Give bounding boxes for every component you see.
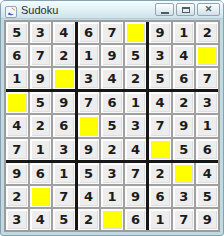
cell-r6c1[interactable]: 7 <box>6 139 28 160</box>
cell-r7c3[interactable]: 1 <box>53 163 75 184</box>
cell-r3c6[interactable]: 2 <box>125 68 147 89</box>
box-1: 53467219 <box>6 22 75 89</box>
cell-r6c7[interactable] <box>149 139 171 160</box>
cell-r3c5[interactable]: 4 <box>101 68 123 89</box>
cell-r9c1[interactable]: 3 <box>6 209 28 230</box>
cell-r4c3[interactable]: 9 <box>53 92 75 113</box>
box-2: 67195342 <box>78 22 147 89</box>
cell-r2c4[interactable]: 1 <box>78 45 100 66</box>
cell-r3c9[interactable]: 7 <box>196 68 218 89</box>
cell-r4c4[interactable]: 7 <box>78 92 100 113</box>
cell-r9c2[interactable]: 4 <box>30 209 52 230</box>
cell-r4c2[interactable]: 5 <box>30 92 52 113</box>
window-title: Sudoku <box>21 4 58 16</box>
cell-r2c8[interactable]: 4 <box>173 45 195 66</box>
cell-r8c3[interactable]: 7 <box>53 186 75 207</box>
cell-r6c5[interactable]: 2 <box>101 139 123 160</box>
box-8: 53741926 <box>78 163 147 230</box>
cell-r7c7[interactable]: 2 <box>149 163 171 184</box>
cell-r7c8[interactable] <box>173 163 195 184</box>
cell-r6c4[interactable]: 9 <box>78 139 100 160</box>
cell-r1c4[interactable]: 6 <box>78 22 100 43</box>
cell-r4c9[interactable]: 3 <box>196 92 218 113</box>
cell-r5c9[interactable]: 1 <box>196 115 218 136</box>
app-window: Sudoku ✕ 5346721967195342912345675942671… <box>0 0 224 236</box>
box-7: 96127345 <box>6 163 75 230</box>
cell-r2c1[interactable]: 6 <box>6 45 28 66</box>
app-icon <box>5 4 17 16</box>
cell-r1c8[interactable]: 1 <box>173 22 195 43</box>
cell-r1c5[interactable]: 7 <box>101 22 123 43</box>
cell-r5c8[interactable]: 9 <box>173 115 195 136</box>
cell-r1c1[interactable]: 5 <box>6 22 28 43</box>
cell-r3c1[interactable]: 1 <box>6 68 28 89</box>
cell-r9c9[interactable]: 9 <box>196 209 218 230</box>
cell-r8c7[interactable]: 6 <box>149 186 171 207</box>
cell-r7c1[interactable]: 9 <box>6 163 28 184</box>
cell-r9c5[interactable] <box>101 209 123 230</box>
cell-r5c1[interactable]: 4 <box>6 115 28 136</box>
title-bar[interactable]: Sudoku ✕ <box>1 1 223 19</box>
cell-r6c3[interactable]: 3 <box>53 139 75 160</box>
cell-r6c2[interactable]: 1 <box>30 139 52 160</box>
cell-r7c6[interactable]: 7 <box>125 163 147 184</box>
cell-r9c6[interactable]: 6 <box>125 209 147 230</box>
cell-r2c9[interactable] <box>196 45 218 66</box>
cell-r5c4[interactable] <box>78 115 100 136</box>
cell-r9c4[interactable]: 2 <box>78 209 100 230</box>
cell-r1c2[interactable]: 3 <box>30 22 52 43</box>
cell-r2c5[interactable]: 9 <box>101 45 123 66</box>
cell-r5c5[interactable]: 5 <box>101 115 123 136</box>
cell-r8c2[interactable] <box>30 186 52 207</box>
cell-r5c6[interactable]: 3 <box>125 115 147 136</box>
cell-r7c2[interactable]: 6 <box>30 163 52 184</box>
cell-r4c1[interactable] <box>6 92 28 113</box>
close-button[interactable]: ✕ <box>197 3 220 16</box>
cell-r8c9[interactable]: 5 <box>196 186 218 207</box>
close-icon: ✕ <box>205 5 213 14</box>
cell-r9c8[interactable]: 7 <box>173 209 195 230</box>
cell-r9c3[interactable]: 5 <box>53 209 75 230</box>
minimize-icon <box>161 12 169 14</box>
minimize-button[interactable] <box>155 3 174 16</box>
cell-r1c6[interactable] <box>125 22 147 43</box>
cell-r5c3[interactable]: 6 <box>53 115 75 136</box>
cell-r3c3[interactable] <box>53 68 75 89</box>
sudoku-board: 5346721967195342912345675942671376153924… <box>4 20 220 232</box>
cell-r8c5[interactable]: 1 <box>101 186 123 207</box>
cell-r4c6[interactable]: 1 <box>125 92 147 113</box>
maximize-icon <box>182 7 190 13</box>
cell-r2c6[interactable]: 5 <box>125 45 147 66</box>
cell-r8c4[interactable]: 4 <box>78 186 100 207</box>
cell-r6c6[interactable]: 4 <box>125 139 147 160</box>
cell-r1c3[interactable]: 4 <box>53 22 75 43</box>
cell-r4c8[interactable]: 2 <box>173 92 195 113</box>
cell-r5c2[interactable]: 2 <box>30 115 52 136</box>
cell-r2c3[interactable]: 2 <box>53 45 75 66</box>
maximize-button[interactable] <box>176 3 195 16</box>
cell-r1c7[interactable]: 9 <box>149 22 171 43</box>
cell-r7c5[interactable]: 3 <box>101 163 123 184</box>
box-5: 76153924 <box>78 92 147 159</box>
cell-r3c4[interactable]: 3 <box>78 68 100 89</box>
cell-r9c7[interactable]: 1 <box>149 209 171 230</box>
cell-r6c9[interactable]: 6 <box>196 139 218 160</box>
cell-r2c7[interactable]: 3 <box>149 45 171 66</box>
cell-r1c9[interactable]: 2 <box>196 22 218 43</box>
cell-r3c2[interactable]: 9 <box>30 68 52 89</box>
box-3: 91234567 <box>149 22 218 89</box>
cell-r8c6[interactable]: 9 <box>125 186 147 207</box>
cell-r8c1[interactable]: 2 <box>6 186 28 207</box>
cell-r7c4[interactable]: 5 <box>78 163 100 184</box>
cell-r8c8[interactable]: 3 <box>173 186 195 207</box>
cell-r3c8[interactable]: 6 <box>173 68 195 89</box>
cell-r5c7[interactable]: 7 <box>149 115 171 136</box>
cell-r2c2[interactable]: 7 <box>30 45 52 66</box>
cell-r3c7[interactable]: 5 <box>149 68 171 89</box>
cell-r7c9[interactable]: 4 <box>196 163 218 184</box>
box-9: 24635179 <box>149 163 218 230</box>
cell-r4c7[interactable]: 4 <box>149 92 171 113</box>
window-controls: ✕ <box>155 3 220 16</box>
cell-r4c5[interactable]: 6 <box>101 92 123 113</box>
cell-r6c8[interactable]: 5 <box>173 139 195 160</box>
box-6: 42379156 <box>149 92 218 159</box>
box-4: 59426713 <box>6 92 75 159</box>
